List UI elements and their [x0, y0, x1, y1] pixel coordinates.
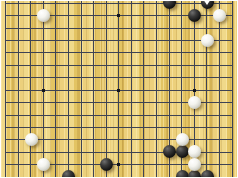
grid-hline	[5, 77, 233, 78]
star-point	[42, 89, 45, 92]
grid-hline	[5, 40, 233, 41]
black-stone	[188, 170, 201, 178]
black-stone	[62, 170, 75, 178]
grid-hline	[5, 115, 233, 116]
black-stone	[163, 0, 176, 9]
grid-hline	[5, 3, 233, 4]
white-stone	[188, 158, 201, 171]
grid-hline	[5, 127, 233, 128]
black-stone	[201, 170, 214, 178]
white-stone	[188, 145, 201, 158]
star-point	[117, 163, 120, 166]
white-stone	[188, 96, 201, 109]
white-stone	[201, 34, 214, 47]
black-stone	[176, 170, 189, 178]
last-move-triangle-marker	[203, 0, 211, 5]
grid-hline	[5, 65, 233, 66]
white-stone	[37, 9, 50, 22]
grid-hline	[5, 52, 233, 53]
white-stone	[37, 158, 50, 171]
grid-hline	[5, 28, 233, 29]
white-stone	[213, 9, 226, 22]
go-app-window	[0, 0, 238, 178]
black-stone	[176, 145, 189, 158]
star-point	[117, 14, 120, 17]
black-stone	[163, 145, 176, 158]
grid-hline	[5, 139, 233, 140]
black-stone	[201, 0, 214, 9]
star-point	[117, 89, 120, 92]
star-point	[193, 89, 196, 92]
white-stone	[176, 133, 189, 146]
black-stone	[100, 158, 113, 171]
black-stone	[188, 9, 201, 22]
white-stone	[25, 133, 38, 146]
